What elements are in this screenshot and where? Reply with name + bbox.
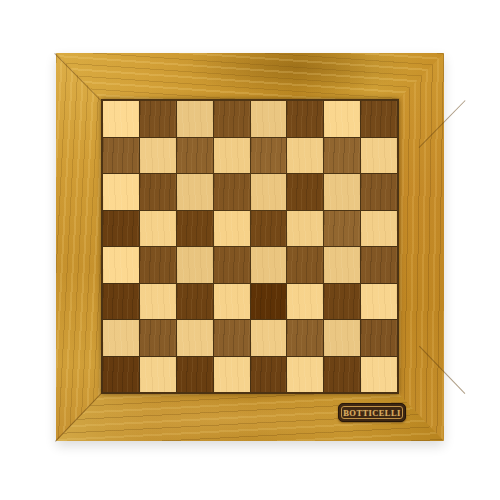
square-b7[interactable]	[140, 138, 176, 174]
square-h6[interactable]	[361, 174, 397, 210]
square-a5[interactable]	[103, 211, 139, 247]
square-b4[interactable]	[140, 247, 176, 283]
square-f5[interactable]	[287, 211, 323, 247]
square-h7[interactable]	[361, 138, 397, 174]
square-f6[interactable]	[287, 174, 323, 210]
square-f4[interactable]	[287, 247, 323, 283]
square-d8[interactable]	[214, 101, 250, 137]
square-f1[interactable]	[287, 357, 323, 393]
frame-rail-top	[56, 53, 444, 99]
square-a8[interactable]	[103, 101, 139, 137]
square-h3[interactable]	[361, 284, 397, 320]
square-f3[interactable]	[287, 284, 323, 320]
wooden-frame: BOTTICELLI	[56, 53, 444, 441]
square-b1[interactable]	[140, 357, 176, 393]
square-d3[interactable]	[214, 284, 250, 320]
square-b5[interactable]	[140, 211, 176, 247]
square-a3[interactable]	[103, 284, 139, 320]
square-g6[interactable]	[324, 174, 360, 210]
square-c1[interactable]	[177, 357, 213, 393]
square-g2[interactable]	[324, 320, 360, 356]
square-e1[interactable]	[251, 357, 287, 393]
square-c4[interactable]	[177, 247, 213, 283]
square-f8[interactable]	[287, 101, 323, 137]
chess-board	[101, 99, 399, 394]
square-g8[interactable]	[324, 101, 360, 137]
square-g3[interactable]	[324, 284, 360, 320]
square-h8[interactable]	[361, 101, 397, 137]
square-b8[interactable]	[140, 101, 176, 137]
square-b3[interactable]	[140, 284, 176, 320]
square-e7[interactable]	[251, 138, 287, 174]
square-e2[interactable]	[251, 320, 287, 356]
square-d2[interactable]	[214, 320, 250, 356]
square-h1[interactable]	[361, 357, 397, 393]
square-d1[interactable]	[214, 357, 250, 393]
square-a7[interactable]	[103, 138, 139, 174]
square-e8[interactable]	[251, 101, 287, 137]
square-c3[interactable]	[177, 284, 213, 320]
square-e3[interactable]	[251, 284, 287, 320]
square-b2[interactable]	[140, 320, 176, 356]
square-c6[interactable]	[177, 174, 213, 210]
square-c2[interactable]	[177, 320, 213, 356]
square-f2[interactable]	[287, 320, 323, 356]
square-a4[interactable]	[103, 247, 139, 283]
square-d7[interactable]	[214, 138, 250, 174]
square-e5[interactable]	[251, 211, 287, 247]
square-d6[interactable]	[214, 174, 250, 210]
square-e6[interactable]	[251, 174, 287, 210]
brand-label: BOTTICELLI	[343, 409, 400, 418]
product-photo: BOTTICELLI	[0, 0, 500, 500]
square-g7[interactable]	[324, 138, 360, 174]
square-h4[interactable]	[361, 247, 397, 283]
square-a2[interactable]	[103, 320, 139, 356]
frame-rail-right	[399, 53, 444, 441]
square-b6[interactable]	[140, 174, 176, 210]
square-a1[interactable]	[103, 357, 139, 393]
square-d5[interactable]	[214, 211, 250, 247]
frame-rail-left	[56, 53, 101, 441]
square-c7[interactable]	[177, 138, 213, 174]
square-h5[interactable]	[361, 211, 397, 247]
brand-plaque: BOTTICELLI	[338, 403, 406, 422]
square-f7[interactable]	[287, 138, 323, 174]
square-d4[interactable]	[214, 247, 250, 283]
square-h2[interactable]	[361, 320, 397, 356]
square-g4[interactable]	[324, 247, 360, 283]
square-g1[interactable]	[324, 357, 360, 393]
square-e4[interactable]	[251, 247, 287, 283]
square-a6[interactable]	[103, 174, 139, 210]
square-c8[interactable]	[177, 101, 213, 137]
square-g5[interactable]	[324, 211, 360, 247]
square-c5[interactable]	[177, 211, 213, 247]
